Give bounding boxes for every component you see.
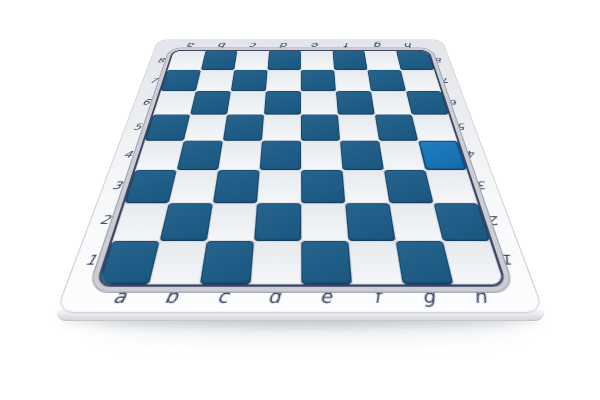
square-e5[interactable] — [301, 115, 340, 141]
square-d4[interactable] — [260, 141, 301, 170]
square-b8[interactable] — [201, 51, 237, 70]
square-d8[interactable] — [268, 51, 301, 70]
screenshot-viewport: abcdefgh abcdefgh 87654321 87654321 — [0, 0, 600, 400]
square-c6[interactable] — [227, 91, 266, 114]
square-h2[interactable] — [434, 203, 490, 241]
square-h8[interactable] — [396, 51, 434, 70]
square-a8[interactable] — [168, 51, 206, 70]
square-b1[interactable] — [149, 241, 207, 284]
square-f1[interactable] — [348, 241, 402, 284]
square-b5[interactable] — [184, 115, 227, 141]
square-b3[interactable] — [169, 170, 218, 203]
square-e4[interactable] — [301, 141, 343, 170]
square-c7[interactable] — [231, 70, 268, 91]
square-f5[interactable] — [338, 115, 379, 141]
square-g7[interactable] — [367, 70, 406, 91]
square-g6[interactable] — [371, 91, 412, 114]
square-f2[interactable] — [345, 203, 395, 241]
square-c2[interactable] — [207, 203, 257, 241]
square-c1[interactable] — [200, 241, 254, 284]
square-e6[interactable] — [301, 91, 338, 114]
square-c8[interactable] — [234, 51, 269, 70]
square-d5[interactable] — [262, 115, 301, 141]
square-b2[interactable] — [160, 203, 213, 241]
square-e3[interactable] — [301, 170, 345, 203]
square-d3[interactable] — [257, 170, 301, 203]
square-a7[interactable] — [161, 70, 201, 91]
square-e8[interactable] — [301, 51, 334, 70]
square-h4[interactable] — [418, 141, 467, 170]
square-h3[interactable] — [425, 170, 477, 203]
square-f6[interactable] — [336, 91, 375, 114]
square-e1[interactable] — [301, 241, 352, 284]
square-d2[interactable] — [254, 203, 301, 241]
square-b4[interactable] — [177, 141, 223, 170]
square-c4[interactable] — [218, 141, 262, 170]
square-g8[interactable] — [364, 51, 400, 70]
square-f8[interactable] — [333, 51, 368, 70]
square-h6[interactable] — [406, 91, 449, 114]
square-c3[interactable] — [213, 170, 260, 203]
square-e7[interactable] — [301, 70, 336, 91]
square-a6[interactable] — [153, 91, 196, 114]
square-a5[interactable] — [145, 115, 190, 141]
square-b7[interactable] — [196, 70, 234, 91]
square-d6[interactable] — [264, 91, 301, 114]
square-g5[interactable] — [375, 115, 418, 141]
square-f7[interactable] — [334, 70, 371, 91]
square-e2[interactable] — [301, 203, 348, 241]
square-a4[interactable] — [135, 141, 184, 170]
square-d7[interactable] — [266, 70, 301, 91]
chess-board: abcdefgh abcdefgh 87654321 87654321 — [55, 39, 545, 313]
square-c5[interactable] — [223, 115, 264, 141]
square-f3[interactable] — [343, 170, 390, 203]
square-b6[interactable] — [190, 91, 231, 114]
square-h5[interactable] — [412, 115, 457, 141]
board-frame: abcdefgh abcdefgh 87654321 87654321 — [55, 39, 545, 313]
square-f4[interactable] — [340, 141, 384, 170]
square-d1[interactable] — [251, 241, 302, 284]
square-h7[interactable] — [401, 70, 441, 91]
board-scene: abcdefgh abcdefgh 87654321 87654321 — [0, 0, 600, 400]
